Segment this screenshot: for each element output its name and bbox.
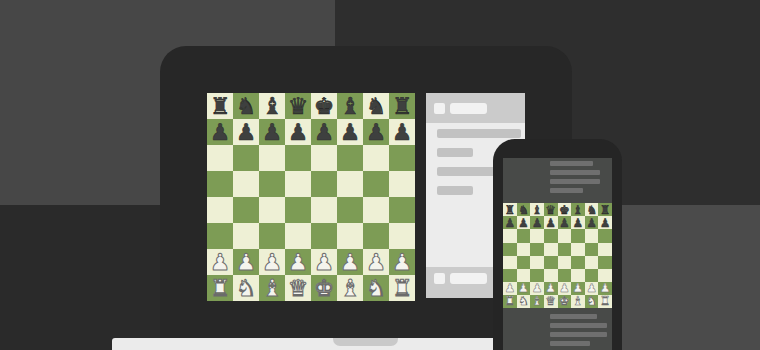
piece-black-pawn: ♟ xyxy=(392,121,413,144)
square-b3[interactable] xyxy=(233,223,259,249)
piece-white-pawn: ♟ xyxy=(288,251,309,274)
text-placeholder-bar xyxy=(550,341,590,346)
piece-white-knight: ♞ xyxy=(236,277,257,300)
square-h3[interactable] xyxy=(598,269,612,282)
square-a7[interactable]: ♟ xyxy=(207,119,233,145)
piece-black-knight: ♞ xyxy=(366,95,387,118)
square-e6[interactable] xyxy=(558,229,572,242)
square-h3[interactable] xyxy=(389,223,415,249)
chess-board-laptop: ♜♞♝♛♚♝♞♜♟♟♟♟♟♟♟♟♟♟♟♟♟♟♟♟♜♞♝♛♚♝♞♜ xyxy=(207,93,415,301)
phone-screen: ♜♞♝♛♚♝♞♜♟♟♟♟♟♟♟♟♟♟♟♟♟♟♟♟♜♞♝♛♚♝♞♜ xyxy=(503,158,612,350)
square-d5[interactable] xyxy=(544,243,558,256)
square-h4[interactable] xyxy=(389,197,415,223)
square-b6[interactable] xyxy=(233,145,259,171)
panel-footer-button-placeholder xyxy=(450,273,487,284)
piece-black-rook: ♜ xyxy=(392,95,413,118)
piece-white-knight: ♞ xyxy=(518,295,529,307)
text-placeholder-bar xyxy=(550,179,600,184)
square-b2[interactable]: ♟ xyxy=(517,282,531,295)
piece-black-knight: ♞ xyxy=(236,95,257,118)
square-f2[interactable]: ♟ xyxy=(337,249,363,275)
square-c3[interactable] xyxy=(530,269,544,282)
square-c6[interactable] xyxy=(530,229,544,242)
square-e1[interactable]: ♚ xyxy=(558,295,572,308)
square-c5[interactable] xyxy=(530,243,544,256)
square-g1[interactable]: ♞ xyxy=(585,295,599,308)
square-a3[interactable] xyxy=(503,269,517,282)
square-g4[interactable] xyxy=(363,197,389,223)
square-f4[interactable] xyxy=(337,197,363,223)
piece-white-pawn: ♟ xyxy=(210,251,231,274)
square-d2[interactable]: ♟ xyxy=(544,282,558,295)
square-e1[interactable]: ♚ xyxy=(311,275,337,301)
piece-white-pawn: ♟ xyxy=(600,282,611,294)
piece-black-pawn: ♟ xyxy=(573,217,584,229)
square-b8[interactable]: ♞ xyxy=(233,93,259,119)
square-d7[interactable]: ♟ xyxy=(544,216,558,229)
piece-black-bishop: ♝ xyxy=(262,95,283,118)
square-a5[interactable] xyxy=(503,243,517,256)
piece-white-bishop: ♝ xyxy=(262,277,283,300)
square-e8[interactable]: ♚ xyxy=(311,93,337,119)
square-e2[interactable]: ♟ xyxy=(311,249,337,275)
square-h8[interactable]: ♜ xyxy=(598,203,612,216)
square-e3[interactable] xyxy=(558,269,572,282)
square-c6[interactable] xyxy=(259,145,285,171)
piece-black-pawn: ♟ xyxy=(504,217,515,229)
square-h7[interactable]: ♟ xyxy=(598,216,612,229)
piece-black-knight: ♞ xyxy=(518,204,529,216)
square-a2[interactable]: ♟ xyxy=(207,249,233,275)
square-f7[interactable]: ♟ xyxy=(337,119,363,145)
piece-white-queen: ♛ xyxy=(545,295,556,307)
piece-white-knight: ♞ xyxy=(366,277,387,300)
square-g3[interactable] xyxy=(363,223,389,249)
panel-footer-icon-placeholder xyxy=(434,273,445,284)
square-a3[interactable] xyxy=(207,223,233,249)
square-c7[interactable]: ♟ xyxy=(259,119,285,145)
square-c3[interactable] xyxy=(259,223,285,249)
panel-header-icon-placeholder xyxy=(434,103,445,114)
piece-black-knight: ♞ xyxy=(586,204,597,216)
square-f7[interactable]: ♟ xyxy=(571,216,585,229)
piece-black-rook: ♜ xyxy=(210,95,231,118)
piece-white-king: ♚ xyxy=(559,295,570,307)
square-d8[interactable]: ♛ xyxy=(285,93,311,119)
square-b8[interactable]: ♞ xyxy=(517,203,531,216)
square-b4[interactable] xyxy=(517,256,531,269)
text-placeholder-bar xyxy=(550,161,593,166)
square-g7[interactable]: ♟ xyxy=(363,119,389,145)
square-a1[interactable]: ♜ xyxy=(207,275,233,301)
text-placeholder-bar xyxy=(550,323,607,328)
piece-black-pawn: ♟ xyxy=(314,121,335,144)
square-c4[interactable] xyxy=(259,197,285,223)
square-f3[interactable] xyxy=(337,223,363,249)
square-c1[interactable]: ♝ xyxy=(530,295,544,308)
chess-app-promo-scene: ♜♞♝♛♚♝♞♜♟♟♟♟♟♟♟♟♟♟♟♟♟♟♟♟♜♞♝♛♚♝♞♜ xyxy=(0,0,760,350)
piece-white-bishop: ♝ xyxy=(532,295,543,307)
phone-bottom-panel xyxy=(503,308,612,350)
piece-black-pawn: ♟ xyxy=(366,121,387,144)
square-e5[interactable] xyxy=(558,243,572,256)
laptop-hinge-notch xyxy=(333,338,398,346)
piece-white-rook: ♜ xyxy=(504,295,515,307)
square-f8[interactable]: ♝ xyxy=(571,203,585,216)
square-h1[interactable]: ♜ xyxy=(389,275,415,301)
square-c5[interactable] xyxy=(259,171,285,197)
square-g2[interactable]: ♟ xyxy=(363,249,389,275)
piece-white-pawn: ♟ xyxy=(262,251,283,274)
piece-black-pawn: ♟ xyxy=(545,217,556,229)
square-f6[interactable] xyxy=(571,229,585,242)
square-h5[interactable] xyxy=(389,171,415,197)
square-c2[interactable]: ♟ xyxy=(259,249,285,275)
square-e6[interactable] xyxy=(311,145,337,171)
piece-white-pawn: ♟ xyxy=(532,282,543,294)
square-e2[interactable]: ♟ xyxy=(558,282,572,295)
piece-white-pawn: ♟ xyxy=(366,251,387,274)
square-d3[interactable] xyxy=(544,269,558,282)
piece-black-pawn: ♟ xyxy=(340,121,361,144)
square-d3[interactable] xyxy=(285,223,311,249)
piece-white-king: ♚ xyxy=(314,277,335,300)
piece-white-pawn: ♟ xyxy=(559,282,570,294)
square-e3[interactable] xyxy=(311,223,337,249)
square-a1[interactable]: ♜ xyxy=(503,295,517,308)
square-b7[interactable]: ♟ xyxy=(233,119,259,145)
square-h2[interactable]: ♟ xyxy=(598,282,612,295)
square-f1[interactable]: ♝ xyxy=(337,275,363,301)
square-a4[interactable] xyxy=(503,256,517,269)
square-d1[interactable]: ♛ xyxy=(285,275,311,301)
square-b1[interactable]: ♞ xyxy=(517,295,531,308)
square-h4[interactable] xyxy=(598,256,612,269)
square-a6[interactable] xyxy=(503,229,517,242)
square-h1[interactable]: ♜ xyxy=(598,295,612,308)
square-g5[interactable] xyxy=(585,243,599,256)
square-f3[interactable] xyxy=(571,269,585,282)
square-a2[interactable]: ♟ xyxy=(503,282,517,295)
text-placeholder-bar xyxy=(550,314,597,319)
square-f1[interactable]: ♝ xyxy=(571,295,585,308)
square-c8[interactable]: ♝ xyxy=(530,203,544,216)
square-b4[interactable] xyxy=(233,197,259,223)
square-e7[interactable]: ♟ xyxy=(558,216,572,229)
piece-black-pawn: ♟ xyxy=(600,217,611,229)
piece-white-pawn: ♟ xyxy=(236,251,257,274)
text-placeholder-bar xyxy=(437,186,473,195)
square-g4[interactable] xyxy=(585,256,599,269)
piece-white-knight: ♞ xyxy=(586,295,597,307)
piece-white-bishop: ♝ xyxy=(573,295,584,307)
square-f8[interactable]: ♝ xyxy=(337,93,363,119)
piece-black-rook: ♜ xyxy=(600,204,611,216)
square-d7[interactable]: ♟ xyxy=(285,119,311,145)
square-g8[interactable]: ♞ xyxy=(363,93,389,119)
square-f2[interactable]: ♟ xyxy=(571,282,585,295)
square-c2[interactable]: ♟ xyxy=(530,282,544,295)
square-d1[interactable]: ♛ xyxy=(544,295,558,308)
square-e8[interactable]: ♚ xyxy=(558,203,572,216)
square-g2[interactable]: ♟ xyxy=(585,282,599,295)
square-g6[interactable] xyxy=(585,229,599,242)
square-b5[interactable] xyxy=(517,243,531,256)
square-g5[interactable] xyxy=(363,171,389,197)
piece-black-king: ♚ xyxy=(314,95,335,118)
square-h5[interactable] xyxy=(598,243,612,256)
square-d8[interactable]: ♛ xyxy=(544,203,558,216)
text-placeholder-bar xyxy=(550,170,600,175)
text-placeholder-bar xyxy=(550,332,607,337)
square-d6[interactable] xyxy=(285,145,311,171)
square-e4[interactable] xyxy=(311,197,337,223)
square-d5[interactable] xyxy=(285,171,311,197)
square-b6[interactable] xyxy=(517,229,531,242)
piece-black-pawn: ♟ xyxy=(559,217,570,229)
panel-header xyxy=(426,93,525,123)
piece-white-pawn: ♟ xyxy=(340,251,361,274)
square-e7[interactable]: ♟ xyxy=(311,119,337,145)
square-f5[interactable] xyxy=(571,243,585,256)
piece-white-rook: ♜ xyxy=(210,277,231,300)
square-a7[interactable]: ♟ xyxy=(503,216,517,229)
square-g1[interactable]: ♞ xyxy=(363,275,389,301)
square-h6[interactable] xyxy=(389,145,415,171)
square-c1[interactable]: ♝ xyxy=(259,275,285,301)
piece-black-pawn: ♟ xyxy=(210,121,231,144)
piece-black-pawn: ♟ xyxy=(532,217,543,229)
phone-top-panel xyxy=(503,158,612,203)
square-g6[interactable] xyxy=(363,145,389,171)
piece-white-rook: ♜ xyxy=(600,295,611,307)
square-h6[interactable] xyxy=(598,229,612,242)
square-d4[interactable] xyxy=(544,256,558,269)
square-b2[interactable]: ♟ xyxy=(233,249,259,275)
square-d4[interactable] xyxy=(285,197,311,223)
square-c7[interactable]: ♟ xyxy=(530,216,544,229)
piece-black-pawn: ♟ xyxy=(518,217,529,229)
piece-black-pawn: ♟ xyxy=(262,121,283,144)
chess-board-phone: ♜♞♝♛♚♝♞♜♟♟♟♟♟♟♟♟♟♟♟♟♟♟♟♟♜♞♝♛♚♝♞♜ xyxy=(503,203,612,308)
square-a8[interactable]: ♜ xyxy=(207,93,233,119)
square-h8[interactable]: ♜ xyxy=(389,93,415,119)
square-g3[interactable] xyxy=(585,269,599,282)
phone-mockup: ♜♞♝♛♚♝♞♜♟♟♟♟♟♟♟♟♟♟♟♟♟♟♟♟♜♞♝♛♚♝♞♜ xyxy=(493,139,622,350)
text-placeholder-bar xyxy=(437,148,473,157)
piece-black-pawn: ♟ xyxy=(236,121,257,144)
piece-white-pawn: ♟ xyxy=(573,282,584,294)
piece-white-rook: ♜ xyxy=(392,277,413,300)
piece-white-queen: ♛ xyxy=(288,277,309,300)
square-c4[interactable] xyxy=(530,256,544,269)
piece-black-rook: ♜ xyxy=(504,204,515,216)
piece-white-pawn: ♟ xyxy=(314,251,335,274)
piece-white-pawn: ♟ xyxy=(518,282,529,294)
square-a4[interactable] xyxy=(207,197,233,223)
square-b1[interactable]: ♞ xyxy=(233,275,259,301)
piece-white-bishop: ♝ xyxy=(340,277,361,300)
piece-black-queen: ♛ xyxy=(288,95,309,118)
square-a8[interactable]: ♜ xyxy=(503,203,517,216)
square-a5[interactable] xyxy=(207,171,233,197)
piece-black-bishop: ♝ xyxy=(532,204,543,216)
piece-white-pawn: ♟ xyxy=(586,282,597,294)
square-e4[interactable] xyxy=(558,256,572,269)
square-f6[interactable] xyxy=(337,145,363,171)
text-placeholder-bar xyxy=(550,188,583,193)
piece-black-king: ♚ xyxy=(559,204,570,216)
square-g7[interactable]: ♟ xyxy=(585,216,599,229)
piece-black-pawn: ♟ xyxy=(288,121,309,144)
square-d2[interactable]: ♟ xyxy=(285,249,311,275)
square-f4[interactable] xyxy=(571,256,585,269)
square-d6[interactable] xyxy=(544,229,558,242)
square-e5[interactable] xyxy=(311,171,337,197)
piece-black-bishop: ♝ xyxy=(340,95,361,118)
piece-black-bishop: ♝ xyxy=(573,204,584,216)
panel-header-title-placeholder xyxy=(450,103,487,114)
piece-white-pawn: ♟ xyxy=(504,282,515,294)
square-h7[interactable]: ♟ xyxy=(389,119,415,145)
square-b5[interactable] xyxy=(233,171,259,197)
text-placeholder-bar xyxy=(437,129,521,138)
square-c8[interactable]: ♝ xyxy=(259,93,285,119)
square-h2[interactable]: ♟ xyxy=(389,249,415,275)
piece-black-queen: ♛ xyxy=(545,204,556,216)
square-g8[interactable]: ♞ xyxy=(585,203,599,216)
square-b7[interactable]: ♟ xyxy=(517,216,531,229)
piece-white-pawn: ♟ xyxy=(392,251,413,274)
square-b3[interactable] xyxy=(517,269,531,282)
piece-black-pawn: ♟ xyxy=(586,217,597,229)
piece-white-pawn: ♟ xyxy=(545,282,556,294)
square-a6[interactable] xyxy=(207,145,233,171)
square-f5[interactable] xyxy=(337,171,363,197)
